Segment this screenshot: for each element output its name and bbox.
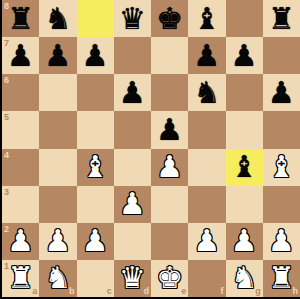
square-d6[interactable]: ♟ bbox=[114, 74, 151, 111]
piece-black-rook[interactable]: ♜ bbox=[263, 0, 300, 37]
rank-label-3: 3 bbox=[4, 188, 9, 197]
piece-white-king[interactable]: ♚ bbox=[151, 260, 188, 297]
square-e4[interactable]: ♟ bbox=[151, 149, 188, 186]
square-g1[interactable]: g♞ bbox=[226, 260, 263, 297]
square-e5[interactable]: ♟ bbox=[151, 111, 188, 148]
piece-white-pawn[interactable]: ♟ bbox=[226, 223, 263, 260]
square-b8[interactable]: ♞ bbox=[39, 0, 76, 37]
piece-black-knight[interactable]: ♞ bbox=[39, 0, 76, 37]
piece-white-pawn[interactable]: ♟ bbox=[151, 149, 188, 186]
square-f5[interactable] bbox=[188, 111, 225, 148]
square-a7[interactable]: 7♟ bbox=[2, 37, 39, 74]
square-g6[interactable] bbox=[226, 74, 263, 111]
square-c6[interactable] bbox=[77, 74, 114, 111]
piece-black-pawn[interactable]: ♟ bbox=[114, 74, 151, 111]
square-h2[interactable]: ♟ bbox=[263, 223, 300, 260]
square-e2[interactable] bbox=[151, 223, 188, 260]
piece-black-pawn[interactable]: ♟ bbox=[2, 37, 39, 74]
piece-white-pawn[interactable]: ♟ bbox=[188, 223, 225, 260]
file-label-f: f bbox=[221, 287, 224, 296]
square-d3[interactable]: ♟ bbox=[114, 186, 151, 223]
square-g4[interactable]: ♝ bbox=[226, 149, 263, 186]
square-b1[interactable]: b♞ bbox=[39, 260, 76, 297]
square-c7[interactable]: ♟ bbox=[77, 37, 114, 74]
square-e3[interactable] bbox=[151, 186, 188, 223]
square-e6[interactable] bbox=[151, 74, 188, 111]
square-a4[interactable]: 4 bbox=[2, 149, 39, 186]
square-c4[interactable]: ♝ bbox=[77, 149, 114, 186]
file-label-c: c bbox=[107, 287, 112, 296]
square-c1[interactable]: c bbox=[77, 260, 114, 297]
piece-black-pawn[interactable]: ♟ bbox=[226, 37, 263, 74]
square-a1[interactable]: 1a♜ bbox=[2, 260, 39, 297]
piece-black-bishop[interactable]: ♝ bbox=[188, 0, 225, 37]
piece-white-rook[interactable]: ♜ bbox=[263, 260, 300, 297]
square-f4[interactable] bbox=[188, 149, 225, 186]
square-g5[interactable] bbox=[226, 111, 263, 148]
square-a3[interactable]: 3 bbox=[2, 186, 39, 223]
square-b3[interactable] bbox=[39, 186, 76, 223]
piece-white-knight[interactable]: ♞ bbox=[226, 260, 263, 297]
piece-white-pawn[interactable]: ♟ bbox=[2, 223, 39, 260]
chess-board: 8♜♞♛♚♝♜7♟♟♟♟♟6♟♞♟5♟4♝♟♝♝3♟2♟♟♟♟♟♟1a♜b♞cd… bbox=[2, 0, 300, 297]
square-c8[interactable] bbox=[77, 0, 114, 37]
square-g3[interactable] bbox=[226, 186, 263, 223]
chess-app: 8♜♞♛♚♝♜7♟♟♟♟♟6♟♞♟5♟4♝♟♝♝3♟2♟♟♟♟♟♟1a♜b♞cd… bbox=[0, 0, 300, 299]
square-g2[interactable]: ♟ bbox=[226, 223, 263, 260]
piece-black-rook[interactable]: ♜ bbox=[2, 0, 39, 37]
piece-black-pawn[interactable]: ♟ bbox=[263, 74, 300, 111]
square-e1[interactable]: e♚ bbox=[151, 260, 188, 297]
piece-black-bishop[interactable]: ♝ bbox=[226, 149, 263, 186]
piece-white-queen[interactable]: ♛ bbox=[114, 260, 151, 297]
square-f3[interactable] bbox=[188, 186, 225, 223]
square-h4[interactable]: ♝ bbox=[263, 149, 300, 186]
square-h5[interactable] bbox=[263, 111, 300, 148]
square-d4[interactable] bbox=[114, 149, 151, 186]
square-d7[interactable] bbox=[114, 37, 151, 74]
square-b2[interactable]: ♟ bbox=[39, 223, 76, 260]
square-f1[interactable]: f bbox=[188, 260, 225, 297]
square-b6[interactable] bbox=[39, 74, 76, 111]
rank-label-4: 4 bbox=[4, 151, 9, 160]
piece-white-knight[interactable]: ♞ bbox=[39, 260, 76, 297]
square-e8[interactable]: ♚ bbox=[151, 0, 188, 37]
square-c3[interactable] bbox=[77, 186, 114, 223]
square-a6[interactable]: 6 bbox=[2, 74, 39, 111]
piece-black-queen[interactable]: ♛ bbox=[114, 0, 151, 37]
square-c5[interactable] bbox=[77, 111, 114, 148]
square-b5[interactable] bbox=[39, 111, 76, 148]
square-h3[interactable] bbox=[263, 186, 300, 223]
piece-black-knight[interactable]: ♞ bbox=[188, 74, 225, 111]
square-a5[interactable]: 5 bbox=[2, 111, 39, 148]
piece-black-pawn[interactable]: ♟ bbox=[39, 37, 76, 74]
square-d8[interactable]: ♛ bbox=[114, 0, 151, 37]
square-b7[interactable]: ♟ bbox=[39, 37, 76, 74]
piece-black-pawn[interactable]: ♟ bbox=[188, 37, 225, 74]
square-d5[interactable] bbox=[114, 111, 151, 148]
piece-black-pawn[interactable]: ♟ bbox=[77, 37, 114, 74]
square-d1[interactable]: d♛ bbox=[114, 260, 151, 297]
piece-black-king[interactable]: ♚ bbox=[151, 0, 188, 37]
piece-white-bishop[interactable]: ♝ bbox=[77, 149, 114, 186]
square-g7[interactable]: ♟ bbox=[226, 37, 263, 74]
square-f6[interactable]: ♞ bbox=[188, 74, 225, 111]
square-e7[interactable] bbox=[151, 37, 188, 74]
rank-label-5: 5 bbox=[4, 113, 9, 122]
square-a8[interactable]: 8♜ bbox=[2, 0, 39, 37]
square-d2[interactable] bbox=[114, 223, 151, 260]
square-h7[interactable] bbox=[263, 37, 300, 74]
square-f7[interactable]: ♟ bbox=[188, 37, 225, 74]
square-c2[interactable]: ♟ bbox=[77, 223, 114, 260]
square-h1[interactable]: h♜ bbox=[263, 260, 300, 297]
square-f2[interactable]: ♟ bbox=[188, 223, 225, 260]
piece-white-pawn[interactable]: ♟ bbox=[77, 223, 114, 260]
square-g8[interactable] bbox=[226, 0, 263, 37]
square-f8[interactable]: ♝ bbox=[188, 0, 225, 37]
piece-white-pawn[interactable]: ♟ bbox=[114, 186, 151, 223]
piece-white-rook[interactable]: ♜ bbox=[2, 260, 39, 297]
square-a2[interactable]: 2♟ bbox=[2, 223, 39, 260]
square-h8[interactable]: ♜ bbox=[263, 0, 300, 37]
piece-white-pawn[interactable]: ♟ bbox=[263, 223, 300, 260]
piece-white-bishop[interactable]: ♝ bbox=[263, 149, 300, 186]
rank-label-6: 6 bbox=[4, 76, 9, 85]
piece-black-pawn[interactable]: ♟ bbox=[151, 111, 188, 148]
piece-white-pawn[interactable]: ♟ bbox=[39, 223, 76, 260]
square-h6[interactable]: ♟ bbox=[263, 74, 300, 111]
square-b4[interactable] bbox=[39, 149, 76, 186]
